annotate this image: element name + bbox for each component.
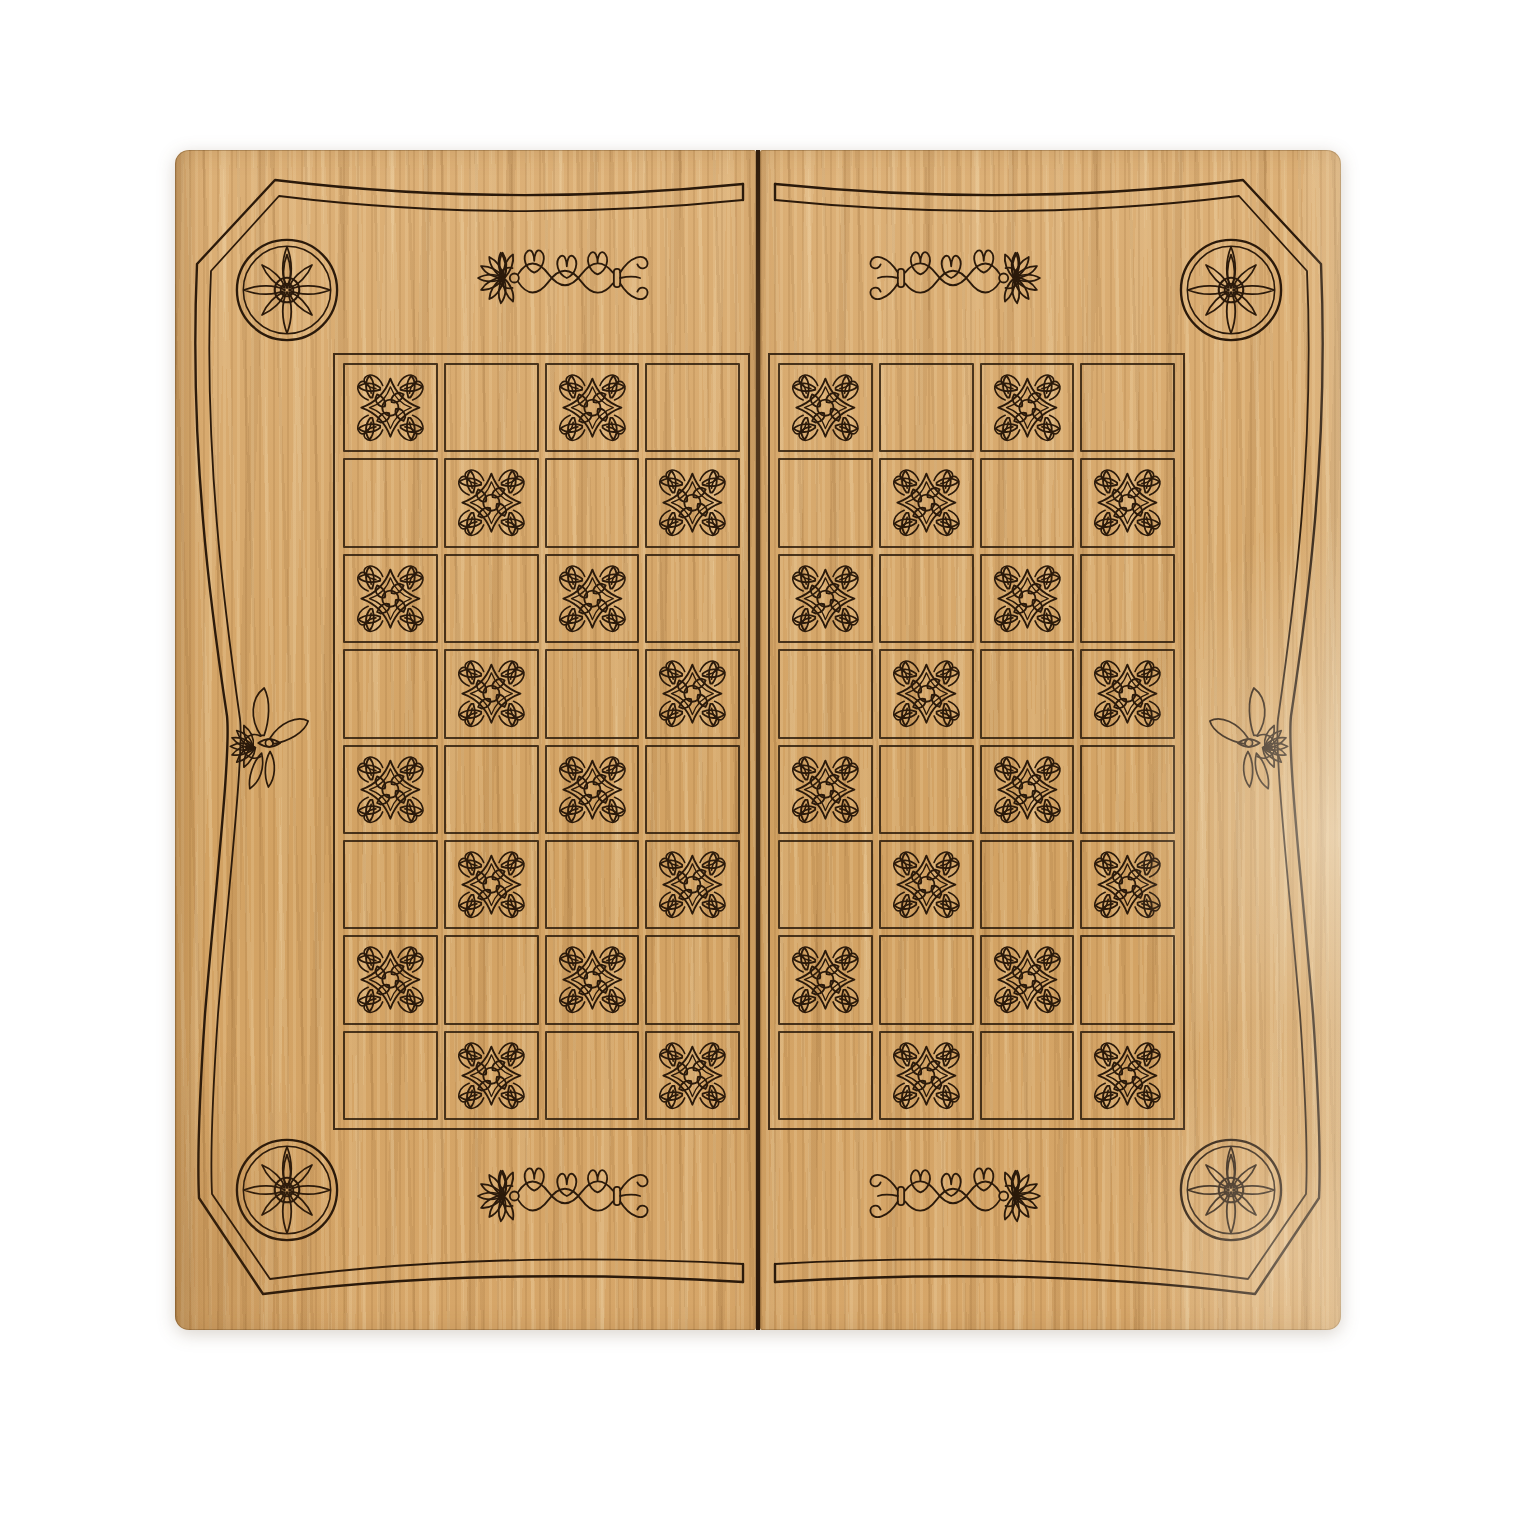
carved-tile-ornament [780, 937, 871, 1022]
square-h7[interactable] [1080, 458, 1175, 547]
carved-tile-ornament [345, 556, 436, 641]
square-f4[interactable] [879, 745, 974, 834]
square-b4[interactable] [444, 745, 539, 834]
grid-left [333, 353, 750, 1130]
square-h4[interactable] [1080, 745, 1175, 834]
carved-tile-ornament [881, 1033, 972, 1118]
garland-top [870, 250, 1040, 303]
photo-background [0, 0, 1515, 1515]
carved-tile-ornament [547, 365, 638, 450]
square-f1[interactable] [879, 1031, 974, 1120]
square-h1[interactable] [1080, 1031, 1175, 1120]
square-a8[interactable] [343, 363, 438, 452]
square-f3[interactable] [879, 840, 974, 929]
square-d1[interactable] [645, 1031, 740, 1120]
square-e3[interactable] [778, 840, 873, 929]
square-c7[interactable] [545, 458, 640, 547]
square-e8[interactable] [778, 363, 873, 452]
square-e6[interactable] [778, 554, 873, 643]
square-d7[interactable] [645, 458, 740, 547]
square-g2[interactable] [980, 935, 1075, 1024]
square-g3[interactable] [980, 840, 1075, 929]
square-d5[interactable] [645, 649, 740, 738]
carved-tile-ornament [982, 937, 1073, 1022]
carved-tile-ornament [780, 747, 871, 832]
carved-tile-ornament [547, 556, 638, 641]
square-h6[interactable] [1080, 554, 1175, 643]
carved-tile-ornament [881, 651, 972, 736]
square-d8[interactable] [645, 363, 740, 452]
carved-tile-ornament [446, 651, 537, 736]
carved-tile-ornament [345, 747, 436, 832]
square-f5[interactable] [879, 649, 974, 738]
carved-tile-ornament [547, 937, 638, 1022]
square-d3[interactable] [645, 840, 740, 929]
square-e7[interactable] [778, 458, 873, 547]
square-a6[interactable] [343, 554, 438, 643]
carved-tile-ornament [982, 365, 1073, 450]
square-c6[interactable] [545, 554, 640, 643]
carved-tile-ornament [1082, 651, 1173, 736]
square-a3[interactable] [343, 840, 438, 929]
carved-tile-ornament [446, 842, 537, 927]
carved-tile-ornament [881, 842, 972, 927]
square-c5[interactable] [545, 649, 640, 738]
square-g1[interactable] [980, 1031, 1075, 1120]
square-g5[interactable] [980, 649, 1075, 738]
carved-tile-ornament [446, 460, 537, 545]
square-d4[interactable] [645, 745, 740, 834]
carved-tile-ornament [647, 460, 738, 545]
carved-tile-ornament [647, 651, 738, 736]
square-e2[interactable] [778, 935, 873, 1024]
square-f7[interactable] [879, 458, 974, 547]
square-b5[interactable] [444, 649, 539, 738]
square-g4[interactable] [980, 745, 1075, 834]
carved-tile-ornament [982, 556, 1073, 641]
carved-tile-ornament [547, 747, 638, 832]
square-h8[interactable] [1080, 363, 1175, 452]
square-c3[interactable] [545, 840, 640, 929]
side-tulip [1210, 688, 1288, 789]
square-b3[interactable] [444, 840, 539, 929]
square-h2[interactable] [1080, 935, 1175, 1024]
square-g6[interactable] [980, 554, 1075, 643]
carved-tile-ornament [982, 747, 1073, 832]
carved-tile-ornament [345, 365, 436, 450]
square-c1[interactable] [545, 1031, 640, 1120]
square-h5[interactable] [1080, 649, 1175, 738]
garland-bottom [870, 1168, 1040, 1221]
corner-rosette-top [1181, 240, 1281, 340]
square-f2[interactable] [879, 935, 974, 1024]
square-c4[interactable] [545, 745, 640, 834]
square-a5[interactable] [343, 649, 438, 738]
carved-tile-ornament [1082, 460, 1173, 545]
square-e4[interactable] [778, 745, 873, 834]
square-a2[interactable] [343, 935, 438, 1024]
folding-board [175, 150, 1341, 1330]
square-a7[interactable] [343, 458, 438, 547]
square-b7[interactable] [444, 458, 539, 547]
side-tulip [230, 688, 308, 789]
square-b2[interactable] [444, 935, 539, 1024]
corner-rosette-bottom [237, 1140, 337, 1240]
square-f8[interactable] [879, 363, 974, 452]
carved-tile-ornament [1082, 1033, 1173, 1118]
carved-tile-ornament [647, 842, 738, 927]
carved-tile-ornament [881, 460, 972, 545]
square-h3[interactable] [1080, 840, 1175, 929]
square-d2[interactable] [645, 935, 740, 1024]
corner-rosette-bottom [1181, 1140, 1281, 1240]
garland-top [478, 250, 648, 303]
corner-rosette-top [237, 240, 337, 340]
board-left-half [175, 150, 756, 1330]
square-b8[interactable] [444, 363, 539, 452]
square-c8[interactable] [545, 363, 640, 452]
carved-tile-ornament [780, 556, 871, 641]
square-d6[interactable] [645, 554, 740, 643]
square-g7[interactable] [980, 458, 1075, 547]
board-right-half [760, 150, 1341, 1330]
carved-tile-ornament [446, 1033, 537, 1118]
square-c2[interactable] [545, 935, 640, 1024]
square-e5[interactable] [778, 649, 873, 738]
carved-tile-ornament [647, 1033, 738, 1118]
square-b1[interactable] [444, 1031, 539, 1120]
carved-tile-ornament [345, 937, 436, 1022]
carved-tile-ornament [1082, 842, 1173, 927]
square-g8[interactable] [980, 363, 1075, 452]
square-b6[interactable] [444, 554, 539, 643]
square-a1[interactable] [343, 1031, 438, 1120]
garland-bottom [478, 1168, 648, 1221]
square-e1[interactable] [778, 1031, 873, 1120]
grid-right [768, 353, 1185, 1130]
square-a4[interactable] [343, 745, 438, 834]
square-f6[interactable] [879, 554, 974, 643]
carved-tile-ornament [780, 365, 871, 450]
